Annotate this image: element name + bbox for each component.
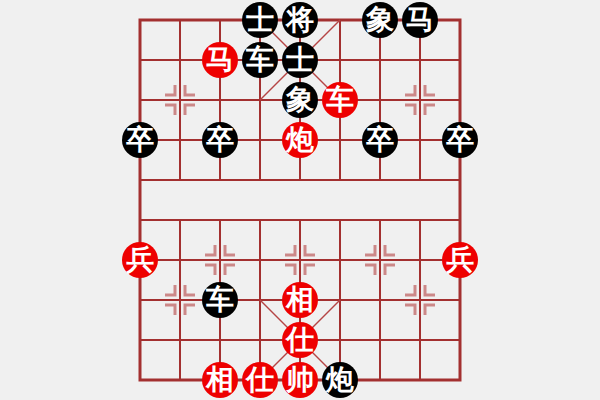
red-general[interactable]: 帅	[282, 362, 318, 398]
xiangqi-board-screenshot: 士将象马马车士象车卒卒炮卒卒兵兵车相仕相仕帅炮	[0, 0, 600, 400]
board-point-7-7	[400, 280, 440, 320]
xiangqi-board[interactable]: 士将象马马车士象车卒卒炮卒卒兵兵车相仕相仕帅炮	[120, 0, 480, 400]
red-chariot[interactable]: 车	[322, 82, 358, 118]
board-point-5-5	[320, 200, 360, 240]
black-general[interactable]: 将	[282, 2, 318, 38]
black-elephant[interactable]: 象	[282, 82, 318, 118]
board-point-4-0[interactable]: 将	[280, 0, 320, 40]
board-point-6-7	[360, 280, 400, 320]
board-point-5-0	[320, 0, 360, 40]
board-point-4-1[interactable]: 士	[280, 40, 320, 80]
black-advisor[interactable]: 士	[282, 42, 318, 78]
board-point-2-0	[200, 0, 240, 40]
board-point-5-7	[320, 280, 360, 320]
red-cannon[interactable]: 炮	[282, 122, 318, 158]
board-point-2-6	[200, 240, 240, 280]
board-point-4-8[interactable]: 仕	[280, 320, 320, 360]
board-point-7-6	[400, 240, 440, 280]
red-soldier[interactable]: 兵	[122, 242, 158, 278]
board-point-7-1	[400, 40, 440, 80]
board-point-3-2	[240, 80, 280, 120]
board-point-6-4	[360, 160, 400, 200]
board-point-7-3	[400, 120, 440, 160]
black-chariot[interactable]: 车	[202, 282, 238, 318]
board-point-6-5	[360, 200, 400, 240]
board-point-3-1[interactable]: 车	[240, 40, 280, 80]
board-point-5-8	[320, 320, 360, 360]
board-point-3-6	[240, 240, 280, 280]
board-point-0-0	[120, 0, 160, 40]
board-point-1-1	[160, 40, 200, 80]
board-point-0-7	[120, 280, 160, 320]
board-point-1-5	[160, 200, 200, 240]
board-point-2-3[interactable]: 卒	[200, 120, 240, 160]
black-soldier[interactable]: 卒	[202, 122, 238, 158]
board-point-8-8	[440, 320, 480, 360]
black-chariot[interactable]: 车	[242, 42, 278, 78]
board-point-8-2	[440, 80, 480, 120]
board-point-4-4	[280, 160, 320, 200]
board-point-3-7	[240, 280, 280, 320]
board-point-5-2[interactable]: 车	[320, 80, 360, 120]
board-point-1-7	[160, 280, 200, 320]
board-point-4-7[interactable]: 相	[280, 280, 320, 320]
board-point-0-2	[120, 80, 160, 120]
board-point-3-5	[240, 200, 280, 240]
board-point-7-4	[400, 160, 440, 200]
board-point-4-2[interactable]: 象	[280, 80, 320, 120]
black-horse[interactable]: 马	[402, 2, 438, 38]
board-point-0-1	[120, 40, 160, 80]
board-point-8-5	[440, 200, 480, 240]
board-point-1-0	[160, 0, 200, 40]
board-point-1-4	[160, 160, 200, 200]
board-point-2-9[interactable]: 相	[200, 360, 240, 400]
board-point-6-3[interactable]: 卒	[360, 120, 400, 160]
board-point-6-8	[360, 320, 400, 360]
board-point-0-3[interactable]: 卒	[120, 120, 160, 160]
board-point-6-6	[360, 240, 400, 280]
board-point-1-9	[160, 360, 200, 400]
board-point-7-5	[400, 200, 440, 240]
board-point-1-6	[160, 240, 200, 280]
board-point-3-9[interactable]: 仕	[240, 360, 280, 400]
black-elephant[interactable]: 象	[362, 2, 398, 38]
board-point-6-9	[360, 360, 400, 400]
board-point-4-5	[280, 200, 320, 240]
red-advisor[interactable]: 仕	[282, 322, 318, 358]
board-point-4-9[interactable]: 帅	[280, 360, 320, 400]
board-point-8-4	[440, 160, 480, 200]
board-point-8-9	[440, 360, 480, 400]
red-advisor[interactable]: 仕	[242, 362, 278, 398]
black-soldier[interactable]: 卒	[362, 122, 398, 158]
red-elephant[interactable]: 相	[202, 362, 238, 398]
board-point-5-1	[320, 40, 360, 80]
red-soldier[interactable]: 兵	[442, 242, 478, 278]
board-point-2-8	[200, 320, 240, 360]
board-point-3-3	[240, 120, 280, 160]
black-advisor[interactable]: 士	[242, 2, 278, 38]
board-point-5-9[interactable]: 炮	[320, 360, 360, 400]
board-point-1-2	[160, 80, 200, 120]
board-point-6-0[interactable]: 象	[360, 0, 400, 40]
board-point-7-2	[400, 80, 440, 120]
board-point-2-5	[200, 200, 240, 240]
board-point-0-6[interactable]: 兵	[120, 240, 160, 280]
board-point-7-9	[400, 360, 440, 400]
board-point-5-3	[320, 120, 360, 160]
board-point-4-3[interactable]: 炮	[280, 120, 320, 160]
board-point-8-1	[440, 40, 480, 80]
board-point-0-4	[120, 160, 160, 200]
board-point-5-4	[320, 160, 360, 200]
black-soldier[interactable]: 卒	[122, 122, 158, 158]
board-point-8-7	[440, 280, 480, 320]
board-point-5-6	[320, 240, 360, 280]
red-horse[interactable]: 马	[202, 42, 238, 78]
board-point-6-1	[360, 40, 400, 80]
black-cannon[interactable]: 炮	[322, 362, 358, 398]
board-point-8-3[interactable]: 卒	[440, 120, 480, 160]
board-point-2-2	[200, 80, 240, 120]
board-point-7-8	[400, 320, 440, 360]
red-elephant[interactable]: 相	[282, 282, 318, 318]
board-point-8-0	[440, 0, 480, 40]
board-point-4-6	[280, 240, 320, 280]
board-point-2-7[interactable]: 车	[200, 280, 240, 320]
board-point-3-0[interactable]: 士	[240, 0, 280, 40]
board-point-0-9	[120, 360, 160, 400]
board-point-0-8	[120, 320, 160, 360]
board-point-6-2	[360, 80, 400, 120]
board-point-1-3	[160, 120, 200, 160]
black-soldier[interactable]: 卒	[442, 122, 478, 158]
board-point-2-1[interactable]: 马	[200, 40, 240, 80]
board-point-7-0[interactable]: 马	[400, 0, 440, 40]
board-point-8-6[interactable]: 兵	[440, 240, 480, 280]
board-point-0-5	[120, 200, 160, 240]
board-point-3-8	[240, 320, 280, 360]
board-point-1-8	[160, 320, 200, 360]
board-point-3-4	[240, 160, 280, 200]
board-point-2-4	[200, 160, 240, 200]
